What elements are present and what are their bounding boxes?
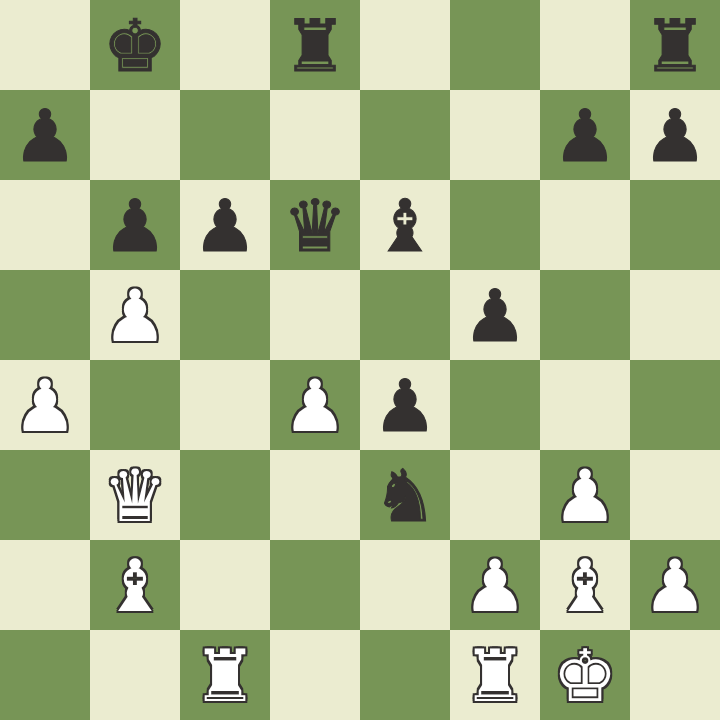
square-e5[interactable]	[360, 270, 450, 360]
square-g3[interactable]: ♟	[540, 450, 630, 540]
square-d4[interactable]: ♟	[270, 360, 360, 450]
square-f3[interactable]	[450, 450, 540, 540]
square-d6[interactable]: ♛	[270, 180, 360, 270]
square-f4[interactable]	[450, 360, 540, 450]
square-b6[interactable]: ♟	[90, 180, 180, 270]
piece-white-rook[interactable]: ♜	[463, 640, 528, 712]
piece-black-pawn[interactable]: ♟	[553, 100, 618, 172]
piece-white-bishop[interactable]: ♝	[103, 550, 168, 622]
piece-white-king[interactable]: ♚	[553, 640, 618, 712]
piece-white-pawn[interactable]: ♟	[13, 370, 78, 442]
piece-black-rook[interactable]: ♜	[643, 10, 708, 82]
square-g1[interactable]: ♚	[540, 630, 630, 720]
square-c7[interactable]	[180, 90, 270, 180]
piece-black-knight[interactable]: ♞	[373, 460, 438, 532]
square-h5[interactable]	[630, 270, 720, 360]
piece-white-pawn[interactable]: ♟	[103, 280, 168, 352]
square-a7[interactable]: ♟	[0, 90, 90, 180]
square-g8[interactable]	[540, 0, 630, 90]
piece-white-rook[interactable]: ♜	[193, 640, 258, 712]
square-d3[interactable]	[270, 450, 360, 540]
piece-white-bishop[interactable]: ♝	[553, 550, 618, 622]
piece-black-king[interactable]: ♚	[103, 10, 168, 82]
square-a8[interactable]	[0, 0, 90, 90]
square-b2[interactable]: ♝	[90, 540, 180, 630]
square-g5[interactable]	[540, 270, 630, 360]
piece-white-pawn[interactable]: ♟	[553, 460, 618, 532]
square-e7[interactable]	[360, 90, 450, 180]
piece-black-rook[interactable]: ♜	[283, 10, 348, 82]
piece-white-queen[interactable]: ♛	[103, 460, 168, 532]
square-e2[interactable]	[360, 540, 450, 630]
piece-black-pawn[interactable]: ♟	[643, 100, 708, 172]
piece-black-pawn[interactable]: ♟	[193, 190, 258, 262]
square-f5[interactable]: ♟	[450, 270, 540, 360]
square-g2[interactable]: ♝	[540, 540, 630, 630]
square-a5[interactable]	[0, 270, 90, 360]
square-a1[interactable]	[0, 630, 90, 720]
piece-white-pawn[interactable]: ♟	[643, 550, 708, 622]
square-f8[interactable]	[450, 0, 540, 90]
square-b3[interactable]: ♛	[90, 450, 180, 540]
piece-black-pawn[interactable]: ♟	[103, 190, 168, 262]
square-g4[interactable]	[540, 360, 630, 450]
square-h4[interactable]	[630, 360, 720, 450]
square-f2[interactable]: ♟	[450, 540, 540, 630]
square-a6[interactable]	[0, 180, 90, 270]
piece-black-queen[interactable]: ♛	[283, 190, 348, 262]
square-f7[interactable]	[450, 90, 540, 180]
piece-black-pawn[interactable]: ♟	[13, 100, 78, 172]
piece-black-pawn[interactable]: ♟	[463, 280, 528, 352]
square-h6[interactable]	[630, 180, 720, 270]
chess-board: ♚♜♜♟♟♟♟♟♛♝♟♟♟♟♟♛♞♟♝♟♝♟♜♜♚	[0, 0, 720, 720]
piece-white-pawn[interactable]: ♟	[283, 370, 348, 442]
square-d5[interactable]	[270, 270, 360, 360]
square-b8[interactable]: ♚	[90, 0, 180, 90]
square-d8[interactable]: ♜	[270, 0, 360, 90]
square-e6[interactable]: ♝	[360, 180, 450, 270]
piece-white-pawn[interactable]: ♟	[463, 550, 528, 622]
square-a3[interactable]	[0, 450, 90, 540]
square-g7[interactable]: ♟	[540, 90, 630, 180]
square-c4[interactable]	[180, 360, 270, 450]
piece-black-bishop[interactable]: ♝	[373, 190, 438, 262]
square-e3[interactable]: ♞	[360, 450, 450, 540]
square-g6[interactable]	[540, 180, 630, 270]
square-d7[interactable]	[270, 90, 360, 180]
square-h7[interactable]: ♟	[630, 90, 720, 180]
square-f1[interactable]: ♜	[450, 630, 540, 720]
square-d1[interactable]	[270, 630, 360, 720]
square-e1[interactable]	[360, 630, 450, 720]
square-c5[interactable]	[180, 270, 270, 360]
square-c6[interactable]: ♟	[180, 180, 270, 270]
square-d2[interactable]	[270, 540, 360, 630]
square-h2[interactable]: ♟	[630, 540, 720, 630]
square-a2[interactable]	[0, 540, 90, 630]
square-c3[interactable]	[180, 450, 270, 540]
square-b1[interactable]	[90, 630, 180, 720]
square-e8[interactable]	[360, 0, 450, 90]
square-e4[interactable]: ♟	[360, 360, 450, 450]
square-b5[interactable]: ♟	[90, 270, 180, 360]
square-b4[interactable]	[90, 360, 180, 450]
square-c8[interactable]	[180, 0, 270, 90]
square-a4[interactable]: ♟	[0, 360, 90, 450]
square-h3[interactable]	[630, 450, 720, 540]
square-b7[interactable]	[90, 90, 180, 180]
square-c1[interactable]: ♜	[180, 630, 270, 720]
square-f6[interactable]	[450, 180, 540, 270]
piece-black-pawn[interactable]: ♟	[373, 370, 438, 442]
square-h8[interactable]: ♜	[630, 0, 720, 90]
square-c2[interactable]	[180, 540, 270, 630]
square-h1[interactable]	[630, 630, 720, 720]
